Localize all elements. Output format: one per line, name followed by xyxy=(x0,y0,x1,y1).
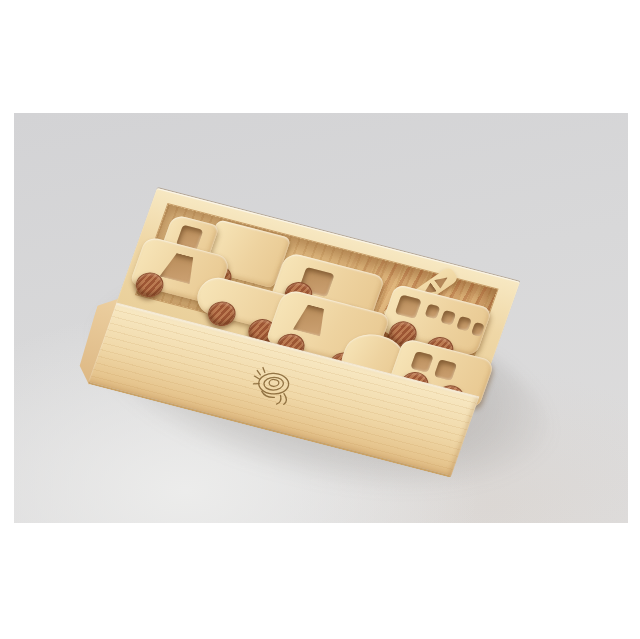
bus-front-window xyxy=(395,295,422,319)
lattice-cutout xyxy=(434,273,450,289)
mini-car-window xyxy=(434,359,457,381)
bus-window xyxy=(424,304,440,319)
photo-canvas xyxy=(0,0,640,639)
bus-window xyxy=(440,310,456,325)
bus-window xyxy=(456,316,472,331)
mini-car-window xyxy=(410,351,433,373)
bus-window xyxy=(471,322,485,337)
car-trapezoid-window-cutout xyxy=(159,251,198,284)
pickup-window xyxy=(293,303,329,337)
